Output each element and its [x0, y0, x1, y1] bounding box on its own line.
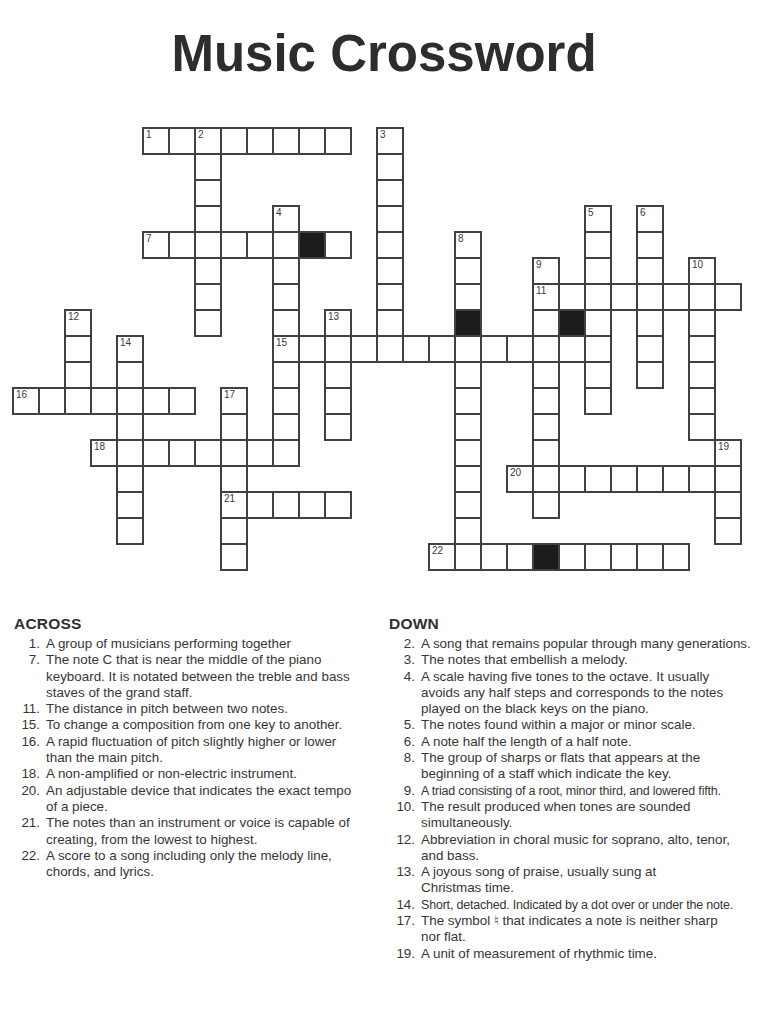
- grid-cell-r14c20[interactable]: [532, 491, 560, 519]
- grid-cell-r16c25[interactable]: [662, 543, 690, 571]
- clue-number: 9.: [389, 783, 421, 799]
- grid-cell-r6c23[interactable]: [610, 283, 638, 311]
- grid-cell-r7c10[interactable]: [272, 309, 300, 337]
- black-cell-r16c20: [532, 543, 560, 571]
- grid-cell-r9c12[interactable]: [324, 361, 352, 389]
- clue-across-16: 16.A rapid fluctuation of pitch slightly…: [14, 734, 381, 767]
- grid-cell-r8c17[interactable]: [454, 335, 482, 363]
- grid-cell-r5c24[interactable]: [636, 257, 664, 285]
- cell-number-3: 3: [380, 129, 386, 141]
- grid-cell-r16c18[interactable]: [480, 543, 508, 571]
- grid-cell-r4c5[interactable]: 7: [142, 231, 170, 259]
- grid-cell-r1c7[interactable]: [194, 153, 222, 181]
- grid-cell-r7c22[interactable]: [584, 309, 612, 337]
- grid-cell-r9c26[interactable]: [688, 361, 716, 389]
- grid-cell-r10c2[interactable]: [64, 387, 92, 415]
- grid-cell-r8c16[interactable]: [428, 335, 456, 363]
- grid-cell-r10c22[interactable]: [584, 387, 612, 415]
- grid-cell-r11c26[interactable]: [688, 413, 716, 441]
- grid-cell-r5c14[interactable]: [376, 257, 404, 285]
- grid-cell-r15c8[interactable]: [220, 517, 248, 545]
- clue-down-2: 2.A song that remains popular through ma…: [389, 636, 768, 652]
- grid-cell-r1c14[interactable]: [376, 153, 404, 181]
- clue-down-5: 5.The notes found within a major or mino…: [389, 717, 768, 733]
- grid-cell-r7c7[interactable]: [194, 309, 222, 337]
- clue-across-18: 18.A non-amplified or non-electric instr…: [14, 766, 381, 782]
- grid-cell-r2c14[interactable]: [376, 179, 404, 207]
- grid-cell-r4c8[interactable]: [220, 231, 248, 259]
- clue-down-19: 19.A unit of measurement of rhythmic tim…: [389, 946, 768, 962]
- grid-cell-r7c2[interactable]: 12: [64, 309, 92, 337]
- clue-number: 17.: [389, 913, 421, 946]
- clue-text: A note half the length of a half note.: [421, 734, 768, 750]
- grid-cell-r0c12[interactable]: [324, 127, 352, 155]
- grid-cell-r0c6[interactable]: [168, 127, 196, 155]
- clue-down-4: 4.A scale having five tones to the octav…: [389, 669, 768, 718]
- grid-cell-r8c10[interactable]: 15: [272, 335, 300, 363]
- grid-cell-r8c4[interactable]: 14: [116, 335, 144, 363]
- grid-cell-r12c8[interactable]: [220, 439, 248, 467]
- grid-cell-r4c9[interactable]: [246, 231, 274, 259]
- grid-cell-r13c21[interactable]: [558, 465, 586, 493]
- cell-number-19: 19: [718, 441, 729, 453]
- grid-cell-r10c17[interactable]: [454, 387, 482, 415]
- grid-cell-r11c4[interactable]: [116, 413, 144, 441]
- grid-cell-r16c21[interactable]: [558, 543, 586, 571]
- black-cell-r7c17: [454, 309, 482, 337]
- clue-number: 5.: [389, 717, 421, 733]
- clue-number: 11.: [14, 701, 46, 717]
- grid-cell-r9c22[interactable]: [584, 361, 612, 389]
- clue-text: The result produced when tones are sound…: [421, 799, 768, 832]
- grid-cell-r11c20[interactable]: [532, 413, 560, 441]
- clue-number: 16.: [14, 734, 46, 767]
- cell-number-22: 22: [432, 545, 443, 557]
- clue-across-15: 15.To change a composition from one key …: [14, 717, 381, 733]
- grid-cell-r13c19[interactable]: 20: [506, 465, 534, 493]
- grid-cell-r6c20[interactable]: 11: [532, 283, 560, 311]
- cell-number-11: 11: [536, 285, 546, 297]
- black-cell-r7c21: [558, 309, 586, 337]
- grid-cell-r12c7[interactable]: [194, 439, 222, 467]
- cell-number-10: 10: [692, 259, 703, 271]
- grid-cell-r15c17[interactable]: [454, 517, 482, 545]
- cell-number-8: 8: [458, 233, 464, 245]
- cell-number-9: 9: [536, 259, 542, 271]
- clue-number: 6.: [389, 734, 421, 750]
- grid-cell-r2c7[interactable]: [194, 179, 222, 207]
- clue-text: A triad consisting of a root, minor thir…: [421, 783, 768, 799]
- clue-text: The notes than an instrument or voice is…: [46, 815, 381, 848]
- grid-cell-r3c22[interactable]: 5: [584, 205, 612, 233]
- cell-number-14: 14: [120, 337, 131, 349]
- grid-cell-r8c18[interactable]: [480, 335, 508, 363]
- grid-cell-r10c4[interactable]: [116, 387, 144, 415]
- cell-number-5: 5: [588, 207, 594, 219]
- cell-number-7: 7: [146, 233, 152, 245]
- grid-cell-r5c26[interactable]: 10: [688, 257, 716, 285]
- grid-cell-r15c27[interactable]: [714, 517, 742, 545]
- grid-cell-r10c20[interactable]: [532, 387, 560, 415]
- clue-text: The distance in pitch between two notes.: [46, 701, 381, 717]
- clue-text: The group of sharps or flats that appear…: [421, 750, 768, 783]
- grid-cell-r13c17[interactable]: [454, 465, 482, 493]
- grid-cell-r14c27[interactable]: [714, 491, 742, 519]
- down-clue-list: 2.A song that remains popular through ma…: [389, 636, 768, 962]
- clue-number: 4.: [389, 669, 421, 718]
- clue-down-6: 6.A note half the length of a half note.: [389, 734, 768, 750]
- clue-down-9: 9.A triad consisting of a root, minor th…: [389, 783, 768, 799]
- grid-cell-r8c20[interactable]: [532, 335, 560, 363]
- clue-down-17: 17.The symbol ♮ that indicates a note is…: [389, 913, 768, 946]
- grid-cell-r8c22[interactable]: [584, 335, 612, 363]
- grid-cell-r16c23[interactable]: [610, 543, 638, 571]
- grid-cell-r7c24[interactable]: [636, 309, 664, 337]
- grid-cell-r16c24[interactable]: [636, 543, 664, 571]
- clue-text: The note C that is near the middle of th…: [46, 652, 381, 701]
- grid-cell-r0c5[interactable]: 1: [142, 127, 170, 155]
- clue-text: The notes that embellish a melody.: [421, 652, 768, 668]
- grid-cell-r12c9[interactable]: [246, 439, 274, 467]
- clue-across-1: 1.A group of musicians performing togeth…: [14, 636, 381, 652]
- clue-number: 7.: [14, 652, 46, 701]
- clue-number: 22.: [14, 848, 46, 881]
- grid-cell-r5c22[interactable]: [584, 257, 612, 285]
- grid-cell-r12c27[interactable]: 19: [714, 439, 742, 467]
- clue-text: Short, detached. Indicated by a dot over…: [421, 897, 768, 913]
- grid-cell-r0c9[interactable]: [246, 127, 274, 155]
- clue-number: 8.: [389, 750, 421, 783]
- grid-cell-r4c14[interactable]: [376, 231, 404, 259]
- grid-cell-r7c12[interactable]: 13: [324, 309, 352, 337]
- cell-number-13: 13: [328, 311, 339, 323]
- grid-cell-r4c10[interactable]: [272, 231, 300, 259]
- grid-cell-r13c26[interactable]: [688, 465, 716, 493]
- clue-number: 13.: [389, 864, 421, 897]
- clue-across-21: 21.The notes than an instrument or voice…: [14, 815, 381, 848]
- grid-cell-r8c15[interactable]: [402, 335, 430, 363]
- grid-cell-r12c10[interactable]: [272, 439, 300, 467]
- clue-text: A scale having five tones to the octave.…: [421, 669, 768, 718]
- cell-number-4: 4: [276, 207, 282, 219]
- grid-cell-r14c8[interactable]: 21: [220, 491, 248, 519]
- grid-cell-r0c10[interactable]: [272, 127, 300, 155]
- cell-number-12: 12: [68, 311, 79, 323]
- page-title: Music Crossword: [0, 0, 768, 83]
- grid-cell-r13c23[interactable]: [610, 465, 638, 493]
- grid-cell-r4c22[interactable]: [584, 231, 612, 259]
- cell-number-17: 17: [224, 389, 235, 401]
- grid-cell-r8c12[interactable]: [324, 335, 352, 363]
- grid-cell-r4c17[interactable]: 8: [454, 231, 482, 259]
- grid-cell-r6c21[interactable]: [558, 283, 586, 311]
- grid-cell-r12c5[interactable]: [142, 439, 170, 467]
- clue-down-13: 13.A joyous song of praise, usually sung…: [389, 864, 768, 897]
- grid-cell-r4c24[interactable]: [636, 231, 664, 259]
- across-heading: ACROSS: [14, 615, 381, 633]
- grid-cell-r11c10[interactable]: [272, 413, 300, 441]
- grid-cell-r8c11[interactable]: [298, 335, 326, 363]
- clue-text: A song that remains popular through many…: [421, 636, 768, 652]
- clue-text: A non-amplified or non-electric instrume…: [46, 766, 381, 782]
- grid-cell-r5c7[interactable]: [194, 257, 222, 285]
- grid-cell-r10c8[interactable]: 17: [220, 387, 248, 415]
- grid-cell-r13c22[interactable]: [584, 465, 612, 493]
- grid-cell-r8c19[interactable]: [506, 335, 534, 363]
- grid-cell-r9c10[interactable]: [272, 361, 300, 389]
- grid-cell-r4c12[interactable]: [324, 231, 352, 259]
- grid-cell-r6c10[interactable]: [272, 283, 300, 311]
- grid-cell-r10c3[interactable]: [90, 387, 118, 415]
- grid-cell-r10c5[interactable]: [142, 387, 170, 415]
- grid-cell-r13c20[interactable]: [532, 465, 560, 493]
- grid-cell-r0c7[interactable]: 2: [194, 127, 222, 155]
- clue-across-22: 22.A score to a song including only the …: [14, 848, 381, 881]
- grid-cell-r10c0[interactable]: 16: [12, 387, 40, 415]
- grid-cell-r8c2[interactable]: [64, 335, 92, 363]
- grid-cell-r3c10[interactable]: 4: [272, 205, 300, 233]
- clue-number: 14.: [389, 897, 421, 913]
- grid-cell-r10c12[interactable]: [324, 387, 352, 415]
- grid-cell-r16c8[interactable]: [220, 543, 248, 571]
- grid-cell-r8c13[interactable]: [350, 335, 378, 363]
- grid-cell-r13c25[interactable]: [662, 465, 690, 493]
- grid-cell-r16c16[interactable]: 22: [428, 543, 456, 571]
- grid-cell-r12c6[interactable]: [168, 439, 196, 467]
- grid-cell-r10c26[interactable]: [688, 387, 716, 415]
- grid-cell-r9c2[interactable]: [64, 361, 92, 389]
- grid-cell-r9c4[interactable]: [116, 361, 144, 389]
- clue-across-7: 7.The note C that is near the middle of …: [14, 652, 381, 701]
- cell-number-16: 16: [16, 389, 27, 401]
- grid-cell-r10c1[interactable]: [38, 387, 66, 415]
- grid-cell-r4c7[interactable]: [194, 231, 222, 259]
- grid-cell-r6c27[interactable]: [714, 283, 742, 311]
- grid-cell-r6c22[interactable]: [584, 283, 612, 311]
- clue-down-12: 12.Abbreviation in choral music for sopr…: [389, 832, 768, 865]
- grid-cell-r5c17[interactable]: [454, 257, 482, 285]
- grid-cell-r7c26[interactable]: [688, 309, 716, 337]
- grid-cell-r14c10[interactable]: [272, 491, 300, 519]
- grid-cell-r13c8[interactable]: [220, 465, 248, 493]
- grid-cell-r10c6[interactable]: [168, 387, 196, 415]
- clue-text: A joyous song of praise, usually sung at…: [421, 864, 768, 897]
- grid-cell-r16c17[interactable]: [454, 543, 482, 571]
- cell-number-21: 21: [224, 493, 235, 505]
- grid-cell-r7c14[interactable]: [376, 309, 404, 337]
- clue-text: A unit of measurement of rhythmic time.: [421, 946, 768, 962]
- clue-number: 2.: [389, 636, 421, 652]
- grid-cell-r6c7[interactable]: [194, 283, 222, 311]
- clue-text: A group of musicians performing together: [46, 636, 381, 652]
- grid-cell-r9c17[interactable]: [454, 361, 482, 389]
- down-heading: DOWN: [389, 615, 768, 633]
- clue-down-10: 10.The result produced when tones are so…: [389, 799, 768, 832]
- grid-cell-r13c4[interactable]: [116, 465, 144, 493]
- grid-cell-r9c24[interactable]: [636, 361, 664, 389]
- grid-cell-r16c22[interactable]: [584, 543, 612, 571]
- clue-text: The symbol ♮ that indicates a note is ne…: [421, 913, 768, 946]
- clue-across-20: 20.An adjustable device that indicates t…: [14, 783, 381, 816]
- grid-cell-r8c21[interactable]: [558, 335, 586, 363]
- clue-text: A rapid fluctuation of pitch slightly hi…: [46, 734, 381, 767]
- grid-cell-r14c12[interactable]: [324, 491, 352, 519]
- grid-cell-r3c14[interactable]: [376, 205, 404, 233]
- grid-cell-r3c24[interactable]: 6: [636, 205, 664, 233]
- grid-cell-r14c11[interactable]: [298, 491, 326, 519]
- cell-number-1: 1: [146, 129, 152, 141]
- grid-cell-r10c10[interactable]: [272, 387, 300, 415]
- grid-cell-r13c27[interactable]: [714, 465, 742, 493]
- grid-cell-r0c14[interactable]: 3: [376, 127, 404, 155]
- clue-across-11: 11.The distance in pitch between two not…: [14, 701, 381, 717]
- grid-cell-r12c3[interactable]: 18: [90, 439, 118, 467]
- across-clue-list: 1.A group of musicians performing togeth…: [14, 636, 381, 880]
- grid-cell-r8c26[interactable]: [688, 335, 716, 363]
- clue-number: 15.: [14, 717, 46, 733]
- grid-cell-r16c19[interactable]: [506, 543, 534, 571]
- clue-text: A score to a song including only the mel…: [46, 848, 381, 881]
- grid-cell-r4c6[interactable]: [168, 231, 196, 259]
- clue-text: Abbreviation in choral music for soprano…: [421, 832, 768, 865]
- down-column: DOWN 2.A song that remains popular throu…: [389, 615, 768, 962]
- cell-number-2: 2: [198, 129, 204, 141]
- clue-number: 12.: [389, 832, 421, 865]
- grid-cell-r14c9[interactable]: [246, 491, 274, 519]
- grid-cell-r12c17[interactable]: [454, 439, 482, 467]
- cell-number-20: 20: [510, 467, 521, 479]
- grid-cell-r0c11[interactable]: [298, 127, 326, 155]
- grid-cell-r6c24[interactable]: [636, 283, 664, 311]
- crossword-board: 12345678910111213141516171819202122: [12, 127, 746, 575]
- grid-cell-r5c20[interactable]: 9: [532, 257, 560, 285]
- grid-cell-r11c17[interactable]: [454, 413, 482, 441]
- clue-number: 10.: [389, 799, 421, 832]
- grid-cell-r5c10[interactable]: [272, 257, 300, 285]
- grid-cell-r6c26[interactable]: [688, 283, 716, 311]
- clue-section: ACROSS 1.A group of musicians performing…: [14, 615, 768, 962]
- clue-number: 1.: [14, 636, 46, 652]
- clue-number: 20.: [14, 783, 46, 816]
- black-cell-r4c11: [298, 231, 326, 259]
- grid-cell-r6c17[interactable]: [454, 283, 482, 311]
- clue-down-8: 8.The group of sharps or flats that appe…: [389, 750, 768, 783]
- grid-cell-r0c8[interactable]: [220, 127, 248, 155]
- cell-number-18: 18: [94, 441, 105, 453]
- grid-cell-r12c20[interactable]: [532, 439, 560, 467]
- grid-cell-r6c14[interactable]: [376, 283, 404, 311]
- grid-cell-r14c4[interactable]: [116, 491, 144, 519]
- clue-number: 19.: [389, 946, 421, 962]
- grid-cell-r12c4[interactable]: [116, 439, 144, 467]
- grid-cell-r9c20[interactable]: [532, 361, 560, 389]
- grid-cell-r11c8[interactable]: [220, 413, 248, 441]
- grid-cell-r14c17[interactable]: [454, 491, 482, 519]
- grid-cell-r8c24[interactable]: [636, 335, 664, 363]
- clue-number: 3.: [389, 652, 421, 668]
- grid-cell-r15c4[interactable]: [116, 517, 144, 545]
- across-column: ACROSS 1.A group of musicians performing…: [14, 615, 381, 962]
- clue-text: To change a composition from one key to …: [46, 717, 381, 733]
- grid-cell-r7c20[interactable]: [532, 309, 560, 337]
- grid-cell-r11c12[interactable]: [324, 413, 352, 441]
- clue-text: An adjustable device that indicates the …: [46, 783, 381, 816]
- grid-cell-r6c25[interactable]: [662, 283, 690, 311]
- clue-down-3: 3.The notes that embellish a melody.: [389, 652, 768, 668]
- clue-number: 21.: [14, 815, 46, 848]
- grid-cell-r13c24[interactable]: [636, 465, 664, 493]
- grid-cell-r3c7[interactable]: [194, 205, 222, 233]
- grid-cell-r8c14[interactable]: [376, 335, 404, 363]
- clue-text: The notes found within a major or minor …: [421, 717, 768, 733]
- cell-number-6: 6: [640, 207, 646, 219]
- cell-number-15: 15: [276, 337, 287, 349]
- clue-number: 18.: [14, 766, 46, 782]
- clue-down-14: 14.Short, detached. Indicated by a dot o…: [389, 897, 768, 913]
